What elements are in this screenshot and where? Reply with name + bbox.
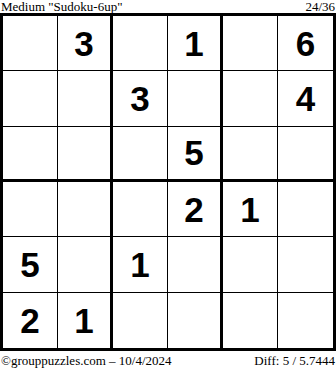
credit-text: ©grouppuzzles.com – 10/4/2024 [1, 354, 172, 367]
cell-r5c4-empty [168, 237, 223, 292]
cell-r5c6-empty [278, 237, 333, 292]
cell-r2c2-empty [58, 71, 113, 126]
cell-r3c6-empty [278, 127, 333, 182]
cell-r3c1-empty [3, 127, 58, 182]
cell-r2c6-given: 4 [278, 71, 333, 126]
puzzle-page: Medium "Sudoku-6up" 24/36 316345215121 ©… [0, 0, 336, 370]
cell-r6c3-empty [113, 293, 168, 348]
cell-r5c5-empty [223, 237, 278, 292]
cell-r4c6-empty [278, 182, 333, 237]
cell-counter: 24/36 [305, 0, 335, 13]
cell-r3c5-empty [223, 127, 278, 182]
cell-r5c1-given: 5 [3, 237, 58, 292]
cell-r2c3-given: 3 [113, 71, 168, 126]
cell-r1c4-given: 1 [168, 16, 223, 71]
cell-r6c6-empty [278, 293, 333, 348]
cell-r1c2-given: 3 [58, 16, 113, 71]
cell-r2c5-empty [223, 71, 278, 126]
puzzle-title: Medium "Sudoku-6up" [1, 0, 122, 13]
cell-r1c1-empty [3, 16, 58, 71]
cell-r4c5-given: 1 [223, 182, 278, 237]
cell-r4c1-empty [3, 182, 58, 237]
cell-r6c5-empty [223, 293, 278, 348]
footer: ©grouppuzzles.com – 10/4/2024 Diff: 5 / … [0, 351, 336, 370]
cell-r5c3-given: 1 [113, 237, 168, 292]
cell-r2c1-empty [3, 71, 58, 126]
cell-r6c2-given: 1 [58, 293, 113, 348]
cell-r4c2-empty [58, 182, 113, 237]
cell-r3c2-empty [58, 127, 113, 182]
cell-r1c3-empty [113, 16, 168, 71]
cell-r6c4-empty [168, 293, 223, 348]
cell-r6c1-given: 2 [3, 293, 58, 348]
cell-r4c4-given: 2 [168, 182, 223, 237]
cell-r2c4-empty [168, 71, 223, 126]
cell-r3c4-given: 5 [168, 127, 223, 182]
cell-r3c3-empty [113, 127, 168, 182]
cell-r1c6-given: 6 [278, 16, 333, 71]
cell-r5c2-empty [58, 237, 113, 292]
header: Medium "Sudoku-6up" 24/36 [0, 0, 336, 13]
sudoku-board: 316345215121 [0, 13, 336, 351]
cell-r4c3-empty [113, 182, 168, 237]
cell-r1c5-empty [223, 16, 278, 71]
difficulty-text: Diff: 5 / 5.7444 [254, 354, 335, 367]
